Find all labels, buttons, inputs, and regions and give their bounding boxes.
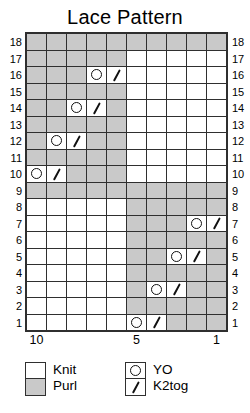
chart-cell [47, 232, 66, 248]
chart-cell [207, 67, 226, 83]
chart-cell [47, 133, 66, 149]
k2tog-slash-icon [153, 316, 161, 328]
chart-cell [107, 265, 126, 281]
row-number: 5 [16, 249, 22, 266]
column-number: 1 [213, 333, 220, 348]
chart-cell [147, 315, 166, 331]
chart-cell [147, 166, 166, 182]
k2tog-slash-icon [93, 102, 101, 114]
chart-cell [67, 199, 86, 215]
row-number: 18 [232, 34, 244, 51]
chart-cell [87, 183, 106, 199]
chart-cell [207, 51, 226, 67]
chart-cell [147, 183, 166, 199]
chart-cell [87, 249, 106, 265]
chart-cell [67, 84, 86, 100]
chart-cell [107, 166, 126, 182]
row-number: 6 [16, 232, 22, 249]
chart-cell [27, 298, 46, 314]
chart-cell [87, 298, 106, 314]
chart-cell [27, 183, 46, 199]
chart-cell [207, 133, 226, 149]
chart-cell [187, 249, 206, 265]
chart-cell [167, 315, 186, 331]
chart-cell [87, 282, 106, 298]
chart-cell [107, 67, 126, 83]
chart-cell [47, 166, 66, 182]
row-number: 15 [232, 84, 244, 101]
row-number: 12 [232, 133, 244, 150]
chart-cell [187, 84, 206, 100]
chart-cell [127, 183, 146, 199]
row-number: 1 [232, 315, 238, 332]
chart-cell [187, 150, 206, 166]
legend-swatches [25, 362, 46, 396]
chart-cell [107, 183, 126, 199]
yo-circle-icon [151, 284, 162, 295]
chart-cell [207, 199, 226, 215]
chart-cell [187, 298, 206, 314]
legend-label-yo: YO [153, 362, 188, 378]
purl-swatch [25, 378, 46, 396]
chart-cell [147, 100, 166, 116]
chart-cell [27, 150, 46, 166]
chart-cell [167, 166, 186, 182]
chart-cell [207, 298, 226, 314]
chart-cell [27, 199, 46, 215]
chart-cell [87, 216, 106, 232]
chart-cell [127, 265, 146, 281]
chart-cell [47, 199, 66, 215]
chart-cell [67, 298, 86, 314]
chart-cell [207, 282, 226, 298]
chart-cell [107, 150, 126, 166]
chart-cell [127, 34, 146, 50]
chart-cell [167, 216, 186, 232]
chart-cell [187, 166, 206, 182]
chart-cell [207, 150, 226, 166]
chart-cell [167, 51, 186, 67]
chart-cell [127, 315, 146, 331]
chart-cell [187, 34, 206, 50]
chart-cell [47, 282, 66, 298]
chart-cell [27, 315, 46, 331]
chart-cell [67, 117, 86, 133]
chart-cell [27, 249, 46, 265]
chart-cell [127, 67, 146, 83]
chart-cell [167, 199, 186, 215]
row-number: 7 [232, 216, 238, 233]
k2tog-slash-icon [213, 217, 221, 229]
chart-cell [107, 298, 126, 314]
chart-cell [147, 265, 166, 281]
chart-cell [107, 249, 126, 265]
chart-cell [27, 216, 46, 232]
row-number: 13 [232, 117, 244, 134]
chart-cell [207, 232, 226, 248]
chart-cell [147, 67, 166, 83]
chart-cell [187, 232, 206, 248]
legend-group-stitches: Knit Purl [25, 362, 125, 396]
chart-cell [127, 298, 146, 314]
chart-cell [107, 117, 126, 133]
chart-cell [127, 166, 146, 182]
chart-cell [127, 117, 146, 133]
column-number: 5 [133, 333, 140, 348]
chart-cell [167, 249, 186, 265]
chart-cell [187, 315, 206, 331]
row-number: 10 [232, 166, 244, 183]
chart-cell [187, 117, 206, 133]
chart-cell [47, 183, 66, 199]
k2tog-slash-icon [132, 381, 140, 393]
k2tog-slash-icon [193, 250, 201, 262]
chart-cell [167, 100, 186, 116]
chart-cell [27, 117, 46, 133]
chart-cell [187, 183, 206, 199]
grid-wrap: 1051 [25, 32, 228, 348]
chart-cell [107, 84, 126, 100]
chart-cell [127, 133, 146, 149]
chart-cell [127, 249, 146, 265]
chart-cell [147, 34, 166, 50]
chart-cell [167, 117, 186, 133]
chart-cell [67, 232, 86, 248]
chart-cell [47, 34, 66, 50]
chart-cell [207, 183, 226, 199]
chart-cell [67, 150, 86, 166]
chart-cell [147, 117, 166, 133]
chart-cell [27, 84, 46, 100]
chart-cell [67, 51, 86, 67]
chart-cell [147, 298, 166, 314]
row-number: 2 [16, 298, 22, 315]
chart-cell [47, 100, 66, 116]
row-number: 16 [232, 67, 244, 84]
chart-cell [147, 249, 166, 265]
chart-cell [187, 67, 206, 83]
chart-cell [167, 298, 186, 314]
chart-cell [27, 166, 46, 182]
row-number: 8 [232, 199, 238, 216]
chart-cell [27, 34, 46, 50]
chart-cell [167, 67, 186, 83]
chart-cell [187, 216, 206, 232]
legend-label-knit: Knit [53, 362, 77, 378]
chart-cell [107, 199, 126, 215]
chart-cell [67, 34, 86, 50]
chart-cell [207, 265, 226, 281]
chart-cell [147, 51, 166, 67]
chart-cell [107, 133, 126, 149]
chart-cell [207, 84, 226, 100]
k2tog-slash-icon [113, 69, 121, 81]
legend-labels: YO K2tog [153, 362, 188, 396]
column-numbers: 1051 [25, 333, 228, 348]
chart-cell [147, 232, 166, 248]
chart-cell [67, 249, 86, 265]
chart-cell [87, 199, 106, 215]
row-number: 4 [16, 265, 22, 282]
chart-cell [67, 183, 86, 199]
chart-cell [47, 298, 66, 314]
chart-cell [27, 232, 46, 248]
k2tog-swatch [125, 378, 146, 396]
chart-cell [67, 67, 86, 83]
row-number: 9 [232, 183, 238, 200]
chart-cell [147, 216, 166, 232]
legend: Knit Purl YO K2tog [0, 362, 250, 396]
row-number: 4 [232, 265, 238, 282]
chart-title: Lace Pattern [0, 0, 250, 31]
chart-cell [147, 84, 166, 100]
chart-cell [127, 100, 146, 116]
row-number: 10 [10, 166, 22, 183]
chart-cell [47, 216, 66, 232]
row-number: 1 [16, 315, 22, 332]
row-number: 5 [232, 249, 238, 266]
row-number: 9 [16, 183, 22, 200]
row-number: 3 [16, 282, 22, 299]
chart-cell [107, 34, 126, 50]
chart-cell [87, 84, 106, 100]
chart-cell [147, 150, 166, 166]
chart-cell [107, 232, 126, 248]
chart-cell [207, 100, 226, 116]
row-number: 14 [10, 100, 22, 117]
k2tog-slash-icon [173, 283, 181, 295]
chart-cell [47, 265, 66, 281]
chart-cell [47, 249, 66, 265]
chart-cell [27, 265, 46, 281]
chart-cell [67, 315, 86, 331]
chart-cell [207, 117, 226, 133]
chart-area: 181716151413121110987654321 1051 1817161… [0, 32, 250, 348]
row-number: 16 [10, 67, 22, 84]
chart-cell [67, 216, 86, 232]
row-number: 11 [232, 150, 243, 167]
chart-cell [167, 282, 186, 298]
chart-cell [187, 100, 206, 116]
row-numbers-left: 181716151413121110987654321 [5, 32, 25, 331]
yo-circle-icon [31, 168, 42, 179]
chart-cell [207, 249, 226, 265]
chart-cell [167, 150, 186, 166]
chart-cell [107, 282, 126, 298]
row-number: 13 [10, 117, 22, 134]
chart-cell [187, 282, 206, 298]
chart-cell [87, 315, 106, 331]
chart-cell [87, 133, 106, 149]
k2tog-slash-icon [53, 168, 61, 180]
chart-cell [167, 183, 186, 199]
yo-circle-icon [91, 69, 102, 80]
chart-cell [47, 67, 66, 83]
chart-cell [67, 282, 86, 298]
legend-labels: Knit Purl [53, 362, 77, 396]
yo-circle-icon [191, 218, 202, 229]
row-numbers-right: 181716151413121110987654321 [228, 32, 249, 331]
yo-circle-icon [71, 102, 82, 113]
row-number: 6 [232, 232, 238, 249]
chart-cell [47, 150, 66, 166]
chart-cell [67, 100, 86, 116]
chart-cell [67, 133, 86, 149]
chart-cell [127, 84, 146, 100]
chart-cell [87, 265, 106, 281]
chart-cell [107, 51, 126, 67]
row-number: 17 [10, 51, 22, 68]
row-number: 14 [232, 100, 244, 117]
column-number: 10 [30, 333, 44, 348]
chart-cell [107, 315, 126, 331]
chart-cell [207, 216, 226, 232]
chart-cell [127, 150, 146, 166]
legend-label-k2tog: K2tog [153, 378, 188, 394]
chart-cell [207, 315, 226, 331]
chart-cell [27, 133, 46, 149]
row-number: 12 [10, 133, 22, 150]
legend-group-symbols: YO K2tog [125, 362, 188, 396]
chart-cell [127, 216, 146, 232]
chart-cell [87, 117, 106, 133]
k2tog-slash-icon [73, 135, 81, 147]
chart-cell [187, 51, 206, 67]
yo-circle-icon [130, 365, 141, 376]
chart-cell [47, 117, 66, 133]
chart-grid [25, 32, 228, 332]
chart-cell [207, 166, 226, 182]
chart-cell [187, 199, 206, 215]
row-number: 2 [232, 298, 238, 315]
chart-cell [87, 51, 106, 67]
chart-cell [167, 34, 186, 50]
chart-cell [27, 67, 46, 83]
row-number: 8 [16, 199, 22, 216]
row-number: 15 [10, 84, 22, 101]
chart-cell [47, 84, 66, 100]
knit-swatch [25, 362, 46, 380]
chart-cell [87, 67, 106, 83]
row-number: 11 [11, 150, 22, 167]
chart-cell [87, 150, 106, 166]
chart-cell [67, 265, 86, 281]
legend-label-purl: Purl [53, 378, 77, 394]
chart-cell [47, 51, 66, 67]
chart-cell [167, 265, 186, 281]
chart-cell [147, 133, 166, 149]
chart-cell [147, 199, 166, 215]
chart-cell [87, 34, 106, 50]
chart-cell [187, 133, 206, 149]
chart-cell [167, 84, 186, 100]
chart-cell [207, 34, 226, 50]
chart-cell [167, 232, 186, 248]
chart-cell [27, 51, 46, 67]
chart-cell [127, 282, 146, 298]
chart-cell [127, 232, 146, 248]
legend-swatches [125, 362, 146, 396]
chart-cell [87, 100, 106, 116]
chart-cell [27, 100, 46, 116]
chart-cell [87, 166, 106, 182]
chart-cell [107, 216, 126, 232]
chart-cell [47, 315, 66, 331]
knitting-chart-page: Lace Pattern 181716151413121110987654321… [0, 0, 250, 413]
row-number: 17 [232, 51, 244, 68]
yo-circle-icon [131, 317, 142, 328]
yo-swatch [125, 362, 146, 380]
chart-cell [87, 232, 106, 248]
chart-cell [127, 199, 146, 215]
chart-cell [167, 133, 186, 149]
chart-cell [147, 282, 166, 298]
chart-cell [67, 166, 86, 182]
chart-cell [187, 265, 206, 281]
row-number: 18 [10, 34, 22, 51]
row-number: 3 [232, 282, 238, 299]
chart-cell [107, 100, 126, 116]
chart-cell [127, 51, 146, 67]
row-number: 7 [16, 216, 22, 233]
chart-cell [27, 282, 46, 298]
yo-circle-icon [171, 251, 182, 262]
yo-circle-icon [51, 135, 62, 146]
